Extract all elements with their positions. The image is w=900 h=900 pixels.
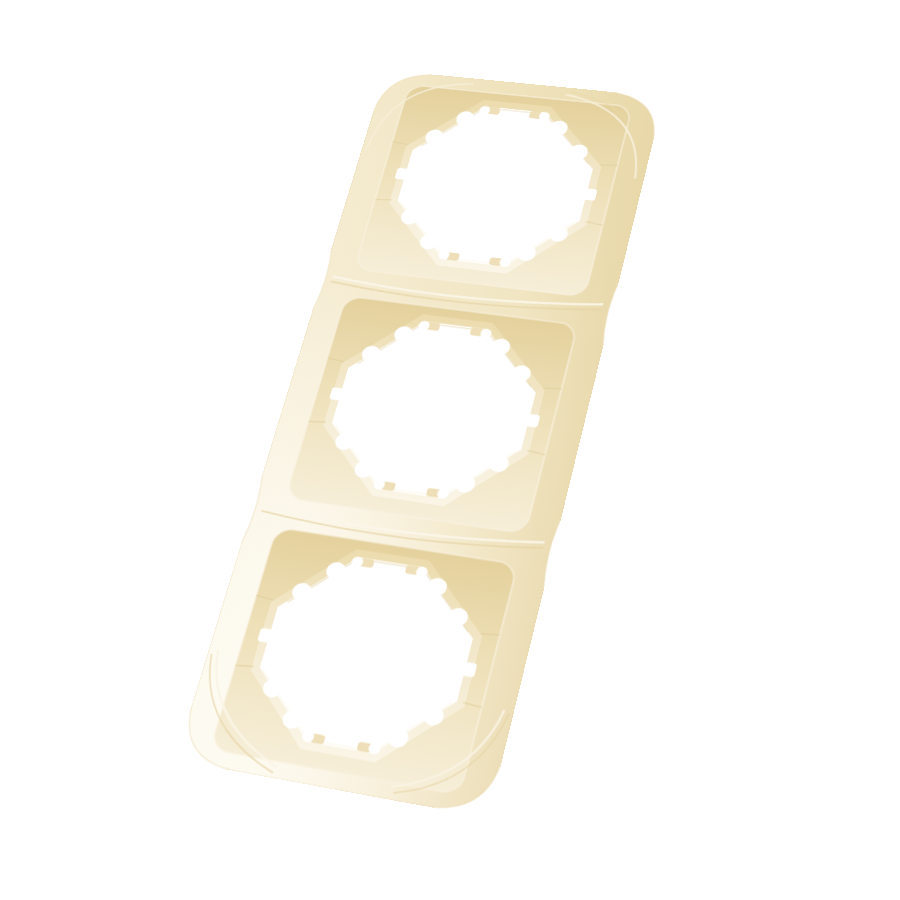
product-stage <box>0 0 900 900</box>
switch-frame-art <box>175 70 664 818</box>
switch-frame <box>175 70 664 818</box>
